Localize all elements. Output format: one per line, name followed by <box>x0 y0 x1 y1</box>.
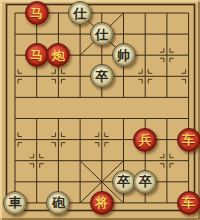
piece-ivory-chariot[interactable]: 車 <box>3 191 27 215</box>
piece-ivory-advisor[interactable]: 仕 <box>68 1 92 25</box>
piece-red-chariot[interactable]: 车 <box>177 128 200 152</box>
piece-red-horse[interactable]: 马 <box>25 1 49 25</box>
piece-ivory-cannon[interactable]: 砲 <box>46 191 70 215</box>
piece-ivory-soldier[interactable]: 卒 <box>90 64 114 88</box>
piece-ivory-soldier[interactable]: 卒 <box>112 170 136 194</box>
piece-ivory-soldier[interactable]: 卒 <box>133 170 157 194</box>
xiangqi-board[interactable]: 马仕仕马炮帅卒兵车卒卒車砲将车 <box>0 0 200 220</box>
piece-red-chariot[interactable]: 车 <box>177 191 200 215</box>
piece-red-cannon[interactable]: 炮 <box>46 43 70 67</box>
piece-ivory-general[interactable]: 帅 <box>112 43 136 67</box>
piece-red-soldier[interactable]: 兵 <box>133 128 157 152</box>
piece-red-general[interactable]: 将 <box>90 191 114 215</box>
piece-ivory-advisor[interactable]: 仕 <box>90 22 114 46</box>
piece-red-horse[interactable]: 马 <box>25 43 49 67</box>
